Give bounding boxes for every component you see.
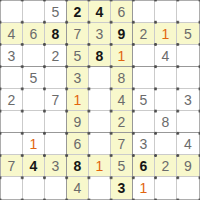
cell-r6c8[interactable]: 8 [155,111,177,133]
cell-r9c5[interactable] [89,177,111,199]
cell-r1c2[interactable] [23,1,45,23]
cell-r2c6[interactable]: 9 [111,23,133,45]
cell-r5c9[interactable]: 3 [177,89,199,111]
cell-r2c9[interactable]: 5 [177,23,199,45]
cell-r3c6[interactable]: 1 [111,45,133,67]
cell-r7c7[interactable]: 3 [133,133,155,155]
cell-r2c3[interactable]: 8 [45,23,67,45]
cell-r3c9[interactable] [177,45,199,67]
cell-r7c1[interactable] [1,133,23,155]
sudoku-board: 5246468739215325814538271453928167347438… [0,0,200,200]
cell-r8c9[interactable]: 9 [177,155,199,177]
cell-r7c5[interactable] [89,133,111,155]
cell-r6c1[interactable] [1,111,23,133]
cell-r2c2[interactable]: 6 [23,23,45,45]
cell-r4c5[interactable] [89,67,111,89]
cell-r9c3[interactable] [45,177,67,199]
cell-r4c1[interactable] [1,67,23,89]
cell-r6c6[interactable]: 2 [111,111,133,133]
cell-r5c8[interactable] [155,89,177,111]
cell-r3c5[interactable]: 8 [89,45,111,67]
cell-r7c3[interactable] [45,133,67,155]
cell-r5c5[interactable] [89,89,111,111]
cell-r8c8[interactable]: 2 [155,155,177,177]
cell-r3c1[interactable]: 3 [1,45,23,67]
cell-r8c2[interactable]: 4 [23,155,45,177]
cell-r8c6[interactable]: 5 [111,155,133,177]
cell-r4c7[interactable] [133,67,155,89]
cell-r8c1[interactable]: 7 [1,155,23,177]
cell-r5c3[interactable]: 7 [45,89,67,111]
cell-r2c8[interactable]: 1 [155,23,177,45]
cell-r8c5[interactable]: 1 [89,155,111,177]
cell-r9c6[interactable]: 3 [111,177,133,199]
cell-r6c4[interactable]: 9 [67,111,89,133]
cell-r2c1[interactable]: 4 [1,23,23,45]
cell-r6c9[interactable] [177,111,199,133]
cell-r3c8[interactable]: 4 [155,45,177,67]
cell-r4c3[interactable] [45,67,67,89]
cell-r9c7[interactable]: 1 [133,177,155,199]
cell-r4c9[interactable] [177,67,199,89]
cell-r7c2[interactable]: 1 [23,133,45,155]
cell-r3c4[interactable]: 5 [67,45,89,67]
cell-r1c5[interactable]: 4 [89,1,111,23]
cell-r8c7[interactable]: 6 [133,155,155,177]
cell-r5c7[interactable]: 5 [133,89,155,111]
cell-r9c8[interactable] [155,177,177,199]
cell-r6c7[interactable] [133,111,155,133]
cell-r1c1[interactable] [1,1,23,23]
cell-r2c7[interactable]: 2 [133,23,155,45]
cell-r9c4[interactable]: 4 [67,177,89,199]
cell-r9c2[interactable] [23,177,45,199]
cell-r7c4[interactable]: 6 [67,133,89,155]
cell-r4c4[interactable]: 3 [67,67,89,89]
cell-r2c4[interactable]: 7 [67,23,89,45]
cell-r8c3[interactable]: 3 [45,155,67,177]
cell-r4c2[interactable]: 5 [23,67,45,89]
sudoku-app: 5246468739215325814538271453928167347438… [0,0,200,200]
cell-r1c9[interactable] [177,1,199,23]
cell-r6c2[interactable] [23,111,45,133]
cell-r5c1[interactable]: 2 [1,89,23,111]
cell-r6c3[interactable] [45,111,67,133]
cell-r1c6[interactable]: 6 [111,1,133,23]
cell-r9c1[interactable] [1,177,23,199]
cell-r9c9[interactable] [177,177,199,199]
cell-r7c9[interactable]: 4 [177,133,199,155]
cell-r8c4[interactable]: 8 [67,155,89,177]
cell-r5c4[interactable]: 1 [67,89,89,111]
cell-r6c5[interactable] [89,111,111,133]
cell-r1c3[interactable]: 5 [45,1,67,23]
cell-r5c2[interactable] [23,89,45,111]
cell-r7c6[interactable]: 7 [111,133,133,155]
cell-r2c5[interactable]: 3 [89,23,111,45]
cell-r5c6[interactable]: 4 [111,89,133,111]
cell-r4c8[interactable] [155,67,177,89]
cell-r1c7[interactable] [133,1,155,23]
cell-r1c4[interactable]: 2 [67,1,89,23]
cell-r7c8[interactable] [155,133,177,155]
cell-r1c8[interactable] [155,1,177,23]
cell-r3c3[interactable]: 2 [45,45,67,67]
cell-r4c6[interactable]: 8 [111,67,133,89]
cell-r3c2[interactable] [23,45,45,67]
cell-r3c7[interactable] [133,45,155,67]
